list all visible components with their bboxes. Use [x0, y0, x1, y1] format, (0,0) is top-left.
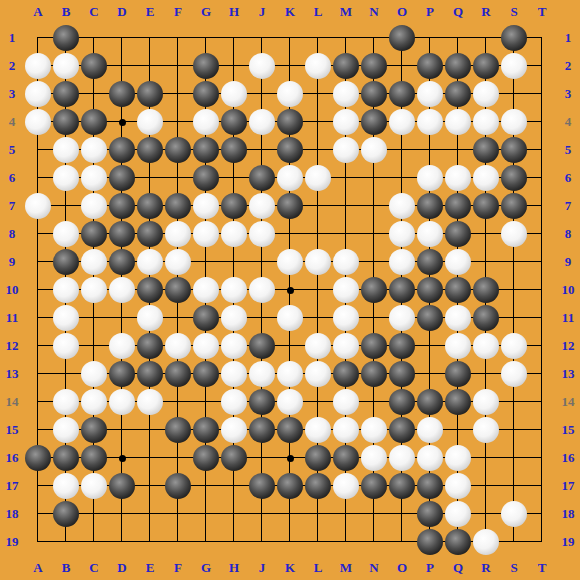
board-cell-R17[interactable] [472, 472, 500, 500]
board-cell-T16[interactable] [528, 444, 556, 472]
board-cell-R5[interactable] [472, 136, 500, 164]
board-cell-J9[interactable] [248, 248, 276, 276]
board-cell-O11[interactable] [388, 304, 416, 332]
board-cell-F17[interactable] [164, 472, 192, 500]
board-cell-C6[interactable] [80, 164, 108, 192]
board-cell-E6[interactable] [136, 164, 164, 192]
board-cell-J4[interactable] [248, 108, 276, 136]
board-cell-A3[interactable] [24, 80, 52, 108]
board-cell-E7[interactable] [136, 192, 164, 220]
board-cell-L1[interactable] [304, 24, 332, 52]
board-cell-E3[interactable] [136, 80, 164, 108]
board-cell-R19[interactable] [472, 528, 500, 556]
board-cell-B5[interactable] [52, 136, 80, 164]
board-cell-Q3[interactable] [444, 80, 472, 108]
board-cell-E19[interactable] [136, 528, 164, 556]
board-cell-A14[interactable] [24, 388, 52, 416]
board-cell-P13[interactable] [416, 360, 444, 388]
board-cell-D5[interactable] [108, 136, 136, 164]
board-cell-P17[interactable] [416, 472, 444, 500]
board-cell-Q18[interactable] [444, 500, 472, 528]
board-cell-J3[interactable] [248, 80, 276, 108]
board-cell-O4[interactable] [388, 108, 416, 136]
board-cell-B3[interactable] [52, 80, 80, 108]
board-cell-T5[interactable] [528, 136, 556, 164]
board-cell-F2[interactable] [164, 52, 192, 80]
board-cell-D12[interactable] [108, 332, 136, 360]
board-cell-O7[interactable] [388, 192, 416, 220]
board-cell-H6[interactable] [220, 164, 248, 192]
board-cell-G2[interactable] [192, 52, 220, 80]
board-cell-C8[interactable] [80, 220, 108, 248]
board-cell-L6[interactable] [304, 164, 332, 192]
board-cell-B2[interactable] [52, 52, 80, 80]
board-cell-T11[interactable] [528, 304, 556, 332]
board-cell-H11[interactable] [220, 304, 248, 332]
board-cell-K6[interactable] [276, 164, 304, 192]
board-cell-M12[interactable] [332, 332, 360, 360]
board-cell-H14[interactable] [220, 388, 248, 416]
board-cell-S2[interactable] [500, 52, 528, 80]
board-cell-H4[interactable] [220, 108, 248, 136]
board-cell-P18[interactable] [416, 500, 444, 528]
board-cell-Q5[interactable] [444, 136, 472, 164]
board-cell-P9[interactable] [416, 248, 444, 276]
board-cell-P15[interactable] [416, 416, 444, 444]
board-cell-O5[interactable] [388, 136, 416, 164]
board-cell-R11[interactable] [472, 304, 500, 332]
board-cell-K12[interactable] [276, 332, 304, 360]
board-cell-S11[interactable] [500, 304, 528, 332]
board-cell-J5[interactable] [248, 136, 276, 164]
board-cell-P19[interactable] [416, 528, 444, 556]
board-cell-S3[interactable] [500, 80, 528, 108]
board-cell-G1[interactable] [192, 24, 220, 52]
board-cell-N8[interactable] [360, 220, 388, 248]
board-cell-Q14[interactable] [444, 388, 472, 416]
board-cell-Q1[interactable] [444, 24, 472, 52]
board-cell-T9[interactable] [528, 248, 556, 276]
board-cell-S12[interactable] [500, 332, 528, 360]
board-cell-S6[interactable] [500, 164, 528, 192]
board-cell-L16[interactable] [304, 444, 332, 472]
board-cell-D10[interactable] [108, 276, 136, 304]
board-cell-B17[interactable] [52, 472, 80, 500]
board-cell-K13[interactable] [276, 360, 304, 388]
board-cell-T18[interactable] [528, 500, 556, 528]
board-cell-G8[interactable] [192, 220, 220, 248]
board-cell-L4[interactable] [304, 108, 332, 136]
board-cell-A13[interactable] [24, 360, 52, 388]
board-cell-C2[interactable] [80, 52, 108, 80]
board-cell-A9[interactable] [24, 248, 52, 276]
board-cell-J8[interactable] [248, 220, 276, 248]
board-cell-K4[interactable] [276, 108, 304, 136]
board-cell-B18[interactable] [52, 500, 80, 528]
board-cell-K7[interactable] [276, 192, 304, 220]
board-cell-H18[interactable] [220, 500, 248, 528]
board-cell-D4[interactable] [108, 108, 136, 136]
board-cell-F6[interactable] [164, 164, 192, 192]
board-cell-A6[interactable] [24, 164, 52, 192]
board-cell-O17[interactable] [388, 472, 416, 500]
board-cell-B7[interactable] [52, 192, 80, 220]
board-cell-N10[interactable] [360, 276, 388, 304]
board-cell-F3[interactable] [164, 80, 192, 108]
board-cell-R12[interactable] [472, 332, 500, 360]
board-cell-Q4[interactable] [444, 108, 472, 136]
board-cell-D8[interactable] [108, 220, 136, 248]
board-cell-O16[interactable] [388, 444, 416, 472]
board-cell-C4[interactable] [80, 108, 108, 136]
board-cell-O10[interactable] [388, 276, 416, 304]
board-cell-M10[interactable] [332, 276, 360, 304]
board-cell-S16[interactable] [500, 444, 528, 472]
board-cell-R7[interactable] [472, 192, 500, 220]
board-cell-P1[interactable] [416, 24, 444, 52]
board-cell-A7[interactable] [24, 192, 52, 220]
board-cell-D18[interactable] [108, 500, 136, 528]
board-cell-J15[interactable] [248, 416, 276, 444]
board-cell-M19[interactable] [332, 528, 360, 556]
board-cell-F7[interactable] [164, 192, 192, 220]
board-cell-H7[interactable] [220, 192, 248, 220]
board-cell-F16[interactable] [164, 444, 192, 472]
board-cell-L14[interactable] [304, 388, 332, 416]
board-cell-R4[interactable] [472, 108, 500, 136]
board-cell-J2[interactable] [248, 52, 276, 80]
board-cell-Q11[interactable] [444, 304, 472, 332]
board-cell-G13[interactable] [192, 360, 220, 388]
board-cell-R9[interactable] [472, 248, 500, 276]
board-cell-L7[interactable] [304, 192, 332, 220]
board-cell-Q10[interactable] [444, 276, 472, 304]
board-cell-F10[interactable] [164, 276, 192, 304]
board-cell-E18[interactable] [136, 500, 164, 528]
board-cell-N14[interactable] [360, 388, 388, 416]
board-cell-C15[interactable] [80, 416, 108, 444]
board-cell-A11[interactable] [24, 304, 52, 332]
board-cell-M16[interactable] [332, 444, 360, 472]
board-cell-A8[interactable] [24, 220, 52, 248]
board-cell-J14[interactable] [248, 388, 276, 416]
board-cell-P11[interactable] [416, 304, 444, 332]
board-cell-L12[interactable] [304, 332, 332, 360]
board-cell-C17[interactable] [80, 472, 108, 500]
board-cell-B12[interactable] [52, 332, 80, 360]
board-cell-B14[interactable] [52, 388, 80, 416]
board-cell-Q15[interactable] [444, 416, 472, 444]
board-cell-P2[interactable] [416, 52, 444, 80]
board-cell-E1[interactable] [136, 24, 164, 52]
board-cell-K14[interactable] [276, 388, 304, 416]
board-cell-T10[interactable] [528, 276, 556, 304]
board-cell-J11[interactable] [248, 304, 276, 332]
board-cell-D15[interactable] [108, 416, 136, 444]
board-cell-B15[interactable] [52, 416, 80, 444]
board-cell-N12[interactable] [360, 332, 388, 360]
board-cell-K5[interactable] [276, 136, 304, 164]
board-cell-S17[interactable] [500, 472, 528, 500]
board-cell-G16[interactable] [192, 444, 220, 472]
board-cell-L10[interactable] [304, 276, 332, 304]
board-cell-J18[interactable] [248, 500, 276, 528]
board-cell-N18[interactable] [360, 500, 388, 528]
board-cell-G17[interactable] [192, 472, 220, 500]
board-cell-F11[interactable] [164, 304, 192, 332]
board-cell-D3[interactable] [108, 80, 136, 108]
board-cell-C10[interactable] [80, 276, 108, 304]
board-cell-A10[interactable] [24, 276, 52, 304]
board-cell-P4[interactable] [416, 108, 444, 136]
board-cell-Q16[interactable] [444, 444, 472, 472]
board-cell-B13[interactable] [52, 360, 80, 388]
board-cell-J1[interactable] [248, 24, 276, 52]
board-cell-A16[interactable] [24, 444, 52, 472]
board-cell-H19[interactable] [220, 528, 248, 556]
board-cell-M8[interactable] [332, 220, 360, 248]
board-cell-B4[interactable] [52, 108, 80, 136]
board-cell-K3[interactable] [276, 80, 304, 108]
board-cell-J16[interactable] [248, 444, 276, 472]
board-cell-C9[interactable] [80, 248, 108, 276]
board-cell-Q17[interactable] [444, 472, 472, 500]
board-cell-N15[interactable] [360, 416, 388, 444]
board-cell-T1[interactable] [528, 24, 556, 52]
board-cell-M14[interactable] [332, 388, 360, 416]
board-cell-E9[interactable] [136, 248, 164, 276]
board-cell-C16[interactable] [80, 444, 108, 472]
board-cell-H13[interactable] [220, 360, 248, 388]
board-cell-L19[interactable] [304, 528, 332, 556]
board-cell-T19[interactable] [528, 528, 556, 556]
board-cell-S18[interactable] [500, 500, 528, 528]
board-cell-R1[interactable] [472, 24, 500, 52]
board-cell-B8[interactable] [52, 220, 80, 248]
board-cell-S14[interactable] [500, 388, 528, 416]
board-cell-Q9[interactable] [444, 248, 472, 276]
board-cell-F19[interactable] [164, 528, 192, 556]
board-cell-D19[interactable] [108, 528, 136, 556]
board-cell-T12[interactable] [528, 332, 556, 360]
board-cell-F15[interactable] [164, 416, 192, 444]
board-cell-O14[interactable] [388, 388, 416, 416]
board-cell-D14[interactable] [108, 388, 136, 416]
board-cell-A1[interactable] [24, 24, 52, 52]
board-cell-L2[interactable] [304, 52, 332, 80]
board-cell-C19[interactable] [80, 528, 108, 556]
board-cell-S4[interactable] [500, 108, 528, 136]
board-cell-M3[interactable] [332, 80, 360, 108]
board-cell-L11[interactable] [304, 304, 332, 332]
board-cell-M17[interactable] [332, 472, 360, 500]
board-cell-N3[interactable] [360, 80, 388, 108]
board-cell-R6[interactable] [472, 164, 500, 192]
board-cell-G9[interactable] [192, 248, 220, 276]
board-cell-K1[interactable] [276, 24, 304, 52]
board-cell-E4[interactable] [136, 108, 164, 136]
board-cell-B10[interactable] [52, 276, 80, 304]
board-cell-J7[interactable] [248, 192, 276, 220]
board-cell-S1[interactable] [500, 24, 528, 52]
board-cell-K19[interactable] [276, 528, 304, 556]
board-cell-R10[interactable] [472, 276, 500, 304]
board-cell-G11[interactable] [192, 304, 220, 332]
board-cell-D13[interactable] [108, 360, 136, 388]
board-cell-H12[interactable] [220, 332, 248, 360]
board-cell-D16[interactable] [108, 444, 136, 472]
board-cell-L18[interactable] [304, 500, 332, 528]
board-cell-T8[interactable] [528, 220, 556, 248]
board-cell-E12[interactable] [136, 332, 164, 360]
board-cell-K2[interactable] [276, 52, 304, 80]
board-cell-J13[interactable] [248, 360, 276, 388]
board-cell-N7[interactable] [360, 192, 388, 220]
board-cell-E15[interactable] [136, 416, 164, 444]
board-cell-L9[interactable] [304, 248, 332, 276]
board-cell-G4[interactable] [192, 108, 220, 136]
board-cell-F12[interactable] [164, 332, 192, 360]
board-cell-F5[interactable] [164, 136, 192, 164]
board-cell-M2[interactable] [332, 52, 360, 80]
board-cell-A5[interactable] [24, 136, 52, 164]
board-cell-N4[interactable] [360, 108, 388, 136]
board-cell-Q12[interactable] [444, 332, 472, 360]
board-cell-T6[interactable] [528, 164, 556, 192]
board-cell-B19[interactable] [52, 528, 80, 556]
board-cell-O15[interactable] [388, 416, 416, 444]
board-cell-S19[interactable] [500, 528, 528, 556]
board-cell-F1[interactable] [164, 24, 192, 52]
board-cell-H9[interactable] [220, 248, 248, 276]
board-cell-S8[interactable] [500, 220, 528, 248]
board-cell-O18[interactable] [388, 500, 416, 528]
board-cell-L15[interactable] [304, 416, 332, 444]
board-cell-O2[interactable] [388, 52, 416, 80]
board-cell-O19[interactable] [388, 528, 416, 556]
board-cell-T4[interactable] [528, 108, 556, 136]
board-cell-P8[interactable] [416, 220, 444, 248]
board-cell-N6[interactable] [360, 164, 388, 192]
board-cell-T2[interactable] [528, 52, 556, 80]
board-cell-M1[interactable] [332, 24, 360, 52]
board-cell-G19[interactable] [192, 528, 220, 556]
board-cell-O6[interactable] [388, 164, 416, 192]
board-cell-N2[interactable] [360, 52, 388, 80]
board-cell-N5[interactable] [360, 136, 388, 164]
board-cell-K16[interactable] [276, 444, 304, 472]
board-cell-N13[interactable] [360, 360, 388, 388]
board-cell-M4[interactable] [332, 108, 360, 136]
board-cell-F8[interactable] [164, 220, 192, 248]
board-cell-L13[interactable] [304, 360, 332, 388]
board-cell-P6[interactable] [416, 164, 444, 192]
board-cell-H16[interactable] [220, 444, 248, 472]
board-cell-R8[interactable] [472, 220, 500, 248]
board-cell-E17[interactable] [136, 472, 164, 500]
board-cell-O8[interactable] [388, 220, 416, 248]
board-cell-B6[interactable] [52, 164, 80, 192]
board-cell-E2[interactable] [136, 52, 164, 80]
board-cell-C13[interactable] [80, 360, 108, 388]
board-cell-G10[interactable] [192, 276, 220, 304]
board-cell-A2[interactable] [24, 52, 52, 80]
board-cell-E13[interactable] [136, 360, 164, 388]
board-cell-N9[interactable] [360, 248, 388, 276]
board-cell-C18[interactable] [80, 500, 108, 528]
board-cell-T3[interactable] [528, 80, 556, 108]
board-cell-E11[interactable] [136, 304, 164, 332]
board-cell-T17[interactable] [528, 472, 556, 500]
board-cell-K8[interactable] [276, 220, 304, 248]
board-cell-R16[interactable] [472, 444, 500, 472]
board-cell-H3[interactable] [220, 80, 248, 108]
board-cell-Q8[interactable] [444, 220, 472, 248]
board-cell-R18[interactable] [472, 500, 500, 528]
board-cell-N1[interactable] [360, 24, 388, 52]
board-cell-K15[interactable] [276, 416, 304, 444]
board-cell-R13[interactable] [472, 360, 500, 388]
board-cell-Q6[interactable] [444, 164, 472, 192]
board-cell-E10[interactable] [136, 276, 164, 304]
board-cell-S7[interactable] [500, 192, 528, 220]
board-cell-K11[interactable] [276, 304, 304, 332]
board-cell-J17[interactable] [248, 472, 276, 500]
board-cell-H15[interactable] [220, 416, 248, 444]
board-cell-N17[interactable] [360, 472, 388, 500]
board-cell-E16[interactable] [136, 444, 164, 472]
board-cell-H17[interactable] [220, 472, 248, 500]
board-cell-P16[interactable] [416, 444, 444, 472]
board-cell-Q13[interactable] [444, 360, 472, 388]
board-cell-C11[interactable] [80, 304, 108, 332]
board-cell-T15[interactable] [528, 416, 556, 444]
board-cell-D7[interactable] [108, 192, 136, 220]
board-cell-B9[interactable] [52, 248, 80, 276]
board-cell-A4[interactable] [24, 108, 52, 136]
board-cell-M5[interactable] [332, 136, 360, 164]
board-cell-R14[interactable] [472, 388, 500, 416]
board-cell-P7[interactable] [416, 192, 444, 220]
board-cell-P3[interactable] [416, 80, 444, 108]
board-cell-S5[interactable] [500, 136, 528, 164]
board-cell-F13[interactable] [164, 360, 192, 388]
board-cell-K10[interactable] [276, 276, 304, 304]
board-cell-T7[interactable] [528, 192, 556, 220]
board-cell-M9[interactable] [332, 248, 360, 276]
board-cell-M11[interactable] [332, 304, 360, 332]
board-cell-R15[interactable] [472, 416, 500, 444]
board-cell-O12[interactable] [388, 332, 416, 360]
board-cell-D2[interactable] [108, 52, 136, 80]
board-cell-P12[interactable] [416, 332, 444, 360]
board-cell-F9[interactable] [164, 248, 192, 276]
board-cell-S10[interactable] [500, 276, 528, 304]
board-cell-M18[interactable] [332, 500, 360, 528]
board-cell-A18[interactable] [24, 500, 52, 528]
board-cell-N19[interactable] [360, 528, 388, 556]
board-cell-E8[interactable] [136, 220, 164, 248]
board-cell-A12[interactable] [24, 332, 52, 360]
board-cell-T14[interactable] [528, 388, 556, 416]
board-cell-R3[interactable] [472, 80, 500, 108]
board-cell-G12[interactable] [192, 332, 220, 360]
board-cell-F4[interactable] [164, 108, 192, 136]
board-cell-H10[interactable] [220, 276, 248, 304]
board-cell-P5[interactable] [416, 136, 444, 164]
board-cell-B1[interactable] [52, 24, 80, 52]
board-cell-K17[interactable] [276, 472, 304, 500]
